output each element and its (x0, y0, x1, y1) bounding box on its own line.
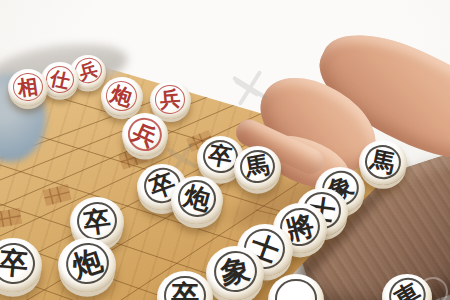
piece-soldier-partial[interactable]: 卒 (157, 271, 213, 300)
piece-cannon[interactable]: 炮 (58, 238, 116, 292)
piece-horse[interactable]: 馬 (359, 140, 407, 185)
piece-ring: 相 (11, 71, 44, 103)
piece-elephant[interactable]: 象 (206, 246, 264, 300)
piece-character: 馬 (369, 148, 397, 176)
piece-character: 炮 (109, 83, 135, 109)
piece-unknown-partial[interactable] (268, 274, 324, 300)
piece-ring: 卒 (164, 276, 205, 300)
piece-ring: 卒 (0, 241, 36, 286)
piece-ring: 馬 (362, 142, 404, 183)
watermark-logo (230, 68, 270, 108)
piece-ring: 仕 (43, 63, 76, 95)
piece-character: 炮 (69, 245, 106, 282)
piece-ring: 兵 (154, 83, 187, 115)
piece-ring: 兵 (123, 112, 168, 156)
piece-ring (275, 279, 316, 300)
piece-cannon[interactable]: 炮 (171, 176, 223, 224)
piece-horse-touched[interactable]: 馬 (234, 146, 281, 190)
piece-ring: 象 (210, 248, 259, 296)
piece-character: 馬 (243, 153, 270, 180)
piece-ring: 炮 (103, 77, 142, 115)
piece-character: 卒 (82, 205, 112, 235)
piece-character: 相 (17, 76, 40, 99)
piece-soldier[interactable]: 兵 (122, 113, 168, 156)
piece-character: 兵 (159, 88, 181, 110)
photo-scene: 兵仕相炮兵兵卒馬馬卒象炮士卒將士卒炮象卒車 (0, 0, 450, 300)
piece-chariot-partial[interactable]: 車 (382, 274, 432, 300)
piece-character: 卒 (171, 282, 199, 300)
piece-ring: 車 (382, 271, 432, 300)
piece-character: 車 (390, 279, 424, 300)
piece-soldier[interactable]: 兵 (150, 81, 191, 119)
piece-cannon[interactable]: 炮 (101, 77, 143, 116)
piece-character: 卒 (0, 248, 29, 279)
piece-character: 兵 (130, 119, 161, 150)
piece-character: 炮 (181, 183, 213, 215)
piece-ring: 卒 (75, 199, 120, 242)
piece-ring: 炮 (60, 237, 113, 289)
piece-character: 仕 (49, 68, 72, 91)
piece-ring: 馬 (237, 147, 277, 186)
piece-elephant[interactable]: 相 (8, 69, 48, 106)
piece-character: 卒 (206, 143, 233, 170)
piece-character: 兵 (77, 60, 99, 82)
piece-soldier[interactable]: 卒 (0, 238, 42, 292)
piece-character: 象 (218, 255, 252, 289)
piece-ring: 炮 (174, 176, 221, 221)
